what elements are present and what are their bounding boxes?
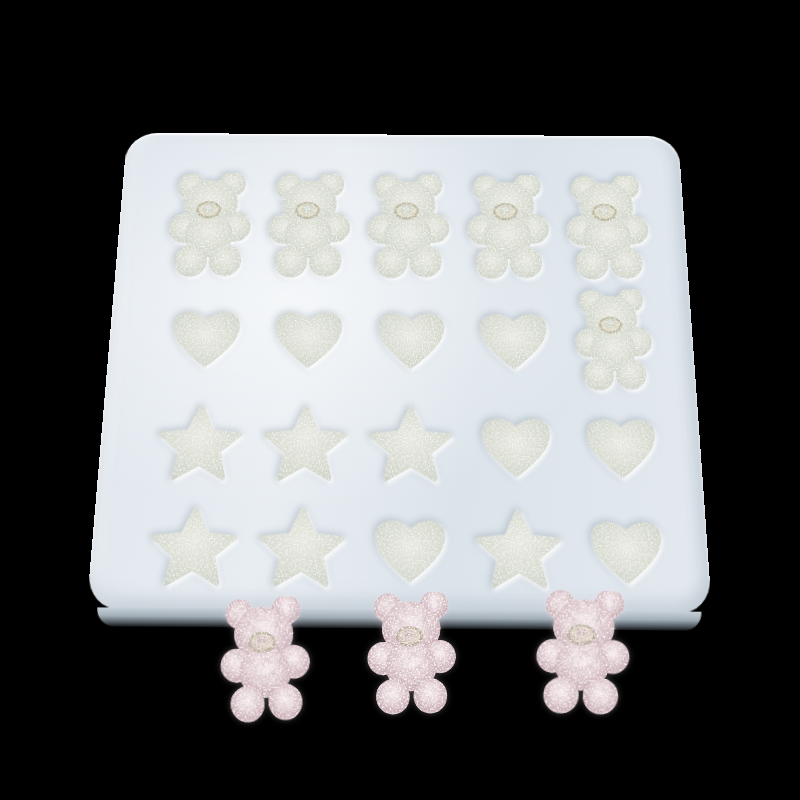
cavity-bear xyxy=(573,289,660,393)
cavity-bear xyxy=(166,173,259,280)
mold-cell xyxy=(136,497,250,600)
mold-cell xyxy=(159,168,265,285)
mold-cell xyxy=(255,285,361,393)
mold-cell xyxy=(144,391,255,497)
mold-cell xyxy=(558,170,663,288)
silicone-mold xyxy=(86,133,712,614)
cavity-star xyxy=(252,503,352,595)
mold-cell xyxy=(152,284,261,392)
mold-cell xyxy=(260,168,363,286)
mold-cell xyxy=(250,392,359,498)
cavity-star xyxy=(150,400,249,488)
cavity-star xyxy=(469,504,568,597)
mold-cell xyxy=(246,497,357,600)
mold-cell xyxy=(359,286,463,394)
resin-bear xyxy=(367,592,463,718)
cavity-heart xyxy=(578,408,666,486)
cavity-grid xyxy=(86,133,712,614)
cavity-bear xyxy=(565,175,657,282)
mold-cell xyxy=(463,394,571,500)
mold-cell xyxy=(563,287,671,395)
resin-bear xyxy=(533,587,641,720)
cavity-heart xyxy=(582,510,672,592)
cavity-bear xyxy=(467,175,556,282)
cavity-heart xyxy=(473,407,559,484)
cavity-heart xyxy=(366,509,453,591)
mold-cell xyxy=(464,499,574,602)
cavity-star xyxy=(363,402,458,490)
mold-cell xyxy=(461,169,563,287)
product-photo xyxy=(0,0,800,800)
mold-cell xyxy=(357,393,464,499)
cavity-heart xyxy=(163,301,249,374)
resin-bear xyxy=(218,595,319,726)
cavity-heart xyxy=(266,302,350,375)
mold-cell xyxy=(570,500,683,603)
cavity-star xyxy=(142,502,244,594)
cavity-star xyxy=(256,401,353,489)
cavity-bear xyxy=(367,174,455,281)
mold-cell xyxy=(567,394,678,500)
mold-cell xyxy=(355,498,464,601)
cavity-heart xyxy=(472,303,555,376)
mold-cell xyxy=(361,169,462,287)
cavity-bear xyxy=(267,173,357,280)
cavity-heart xyxy=(370,303,452,376)
mold-cell xyxy=(462,286,567,394)
